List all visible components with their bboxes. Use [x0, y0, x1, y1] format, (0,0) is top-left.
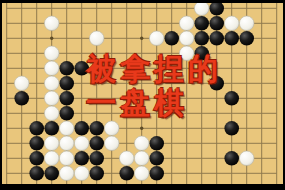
black-stone	[29, 166, 44, 181]
white-stone	[44, 136, 59, 151]
black-stone	[194, 46, 209, 61]
white-stone	[224, 16, 239, 31]
white-stone	[14, 76, 29, 91]
black-stone	[194, 16, 209, 31]
white-stone	[134, 151, 149, 166]
white-stone	[44, 76, 59, 91]
white-stone	[59, 166, 74, 181]
black-stone	[194, 31, 209, 46]
black-stone	[224, 31, 239, 46]
black-stone	[44, 166, 59, 181]
white-stone	[44, 151, 59, 166]
white-stone	[104, 121, 119, 136]
white-stone	[179, 31, 194, 46]
black-stone	[14, 91, 29, 106]
black-stone	[224, 121, 239, 136]
black-stone	[59, 61, 74, 76]
black-stone	[74, 61, 89, 76]
black-stone	[209, 16, 224, 31]
white-stone	[134, 166, 149, 181]
letterbox-bar-right	[283, 0, 285, 190]
star-point	[140, 37, 143, 40]
black-stone	[89, 121, 104, 136]
black-stone	[89, 151, 104, 166]
black-stone	[149, 166, 164, 181]
white-stone	[134, 136, 149, 151]
white-stone	[74, 136, 89, 151]
black-stone	[224, 91, 239, 106]
white-stone	[44, 16, 59, 31]
black-stone	[209, 3, 224, 16]
white-stone	[59, 136, 74, 151]
black-stone	[74, 121, 89, 136]
black-stone	[149, 136, 164, 151]
black-stone	[224, 151, 239, 166]
black-stone	[44, 121, 59, 136]
white-stone	[194, 3, 209, 16]
white-stone	[179, 46, 194, 61]
white-stone	[89, 31, 104, 46]
black-stone	[209, 76, 224, 91]
white-stone	[44, 91, 59, 106]
white-stone	[59, 121, 74, 136]
black-stone	[89, 166, 104, 181]
go-board[interactable]	[2, 3, 283, 184]
black-stone	[74, 151, 89, 166]
white-stone	[44, 61, 59, 76]
black-stone	[149, 151, 164, 166]
white-stone	[74, 166, 89, 181]
black-stone	[164, 31, 179, 46]
black-stone	[59, 76, 74, 91]
white-stone	[179, 16, 194, 31]
white-stone	[104, 136, 119, 151]
white-stone	[119, 151, 134, 166]
black-stone	[89, 136, 104, 151]
black-stone	[209, 31, 224, 46]
white-stone	[149, 31, 164, 46]
video-frame: 被拿捏的 一盘棋	[0, 0, 285, 190]
black-stone	[29, 151, 44, 166]
black-stone	[119, 166, 134, 181]
black-stone	[29, 136, 44, 151]
black-stone	[239, 31, 254, 46]
white-stone	[44, 46, 59, 61]
letterbox-bar-top	[0, 0, 285, 3]
black-stone	[59, 91, 74, 106]
white-stone	[59, 151, 74, 166]
letterbox-bar-left	[0, 0, 2, 190]
star-point	[50, 37, 53, 40]
black-stone	[59, 106, 74, 121]
letterbox-bar-bottom	[0, 184, 285, 190]
star-point	[140, 127, 143, 130]
white-stone	[239, 151, 254, 166]
go-board-grid	[2, 3, 283, 184]
white-stone	[239, 16, 254, 31]
black-stone	[29, 121, 44, 136]
white-stone	[44, 106, 59, 121]
